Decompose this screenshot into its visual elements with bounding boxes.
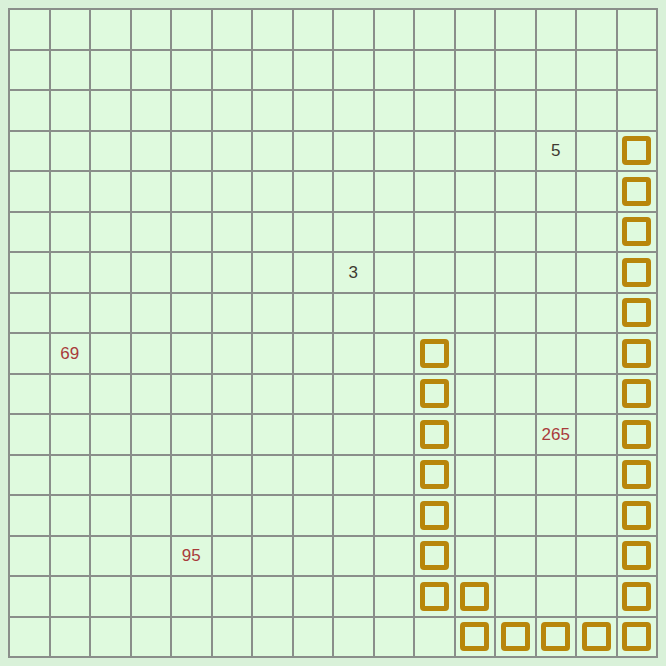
grid-cell-r3c2[interactable]	[91, 132, 130, 171]
grid-cell-r15c2[interactable]	[91, 618, 130, 657]
grid-cell-r8c5[interactable]	[213, 334, 252, 373]
grid-cell-r7c13[interactable]	[537, 294, 576, 333]
grid-cell-r4c15[interactable]	[618, 172, 657, 211]
grid-cell-r12c8[interactable]	[334, 496, 373, 535]
grid-cell-r8c3[interactable]	[132, 334, 171, 373]
path-square-marker	[622, 298, 651, 327]
grid-cell-r5c6[interactable]	[253, 213, 292, 252]
grid-cell-r15c0[interactable]	[10, 618, 49, 657]
path-square-marker	[622, 379, 651, 408]
grid-cell-r2c12[interactable]	[496, 91, 535, 130]
grid-cell-r15c13[interactable]	[537, 618, 576, 657]
grid-cell-r4c8[interactable]	[334, 172, 373, 211]
grid-cell-r6c4[interactable]	[172, 253, 211, 292]
grid-cell-r5c2[interactable]	[91, 213, 130, 252]
grid-cell-r8c0[interactable]	[10, 334, 49, 373]
grid-cell-r15c4[interactable]	[172, 618, 211, 657]
grid-cell-r9c3[interactable]	[132, 375, 171, 414]
grid-cell-r12c12[interactable]	[496, 496, 535, 535]
grid-cell-r5c3[interactable]	[132, 213, 171, 252]
grid-cell-r12c10[interactable]	[415, 496, 454, 535]
grid-cell-r5c15[interactable]	[618, 213, 657, 252]
grid-cell-r2c11[interactable]	[456, 91, 495, 130]
grid-cell-r6c2[interactable]	[91, 253, 130, 292]
grid-cell-r4c5[interactable]	[213, 172, 252, 211]
grid-cell-r12c7[interactable]	[294, 496, 333, 535]
grid-cell-r1c14[interactable]	[577, 51, 616, 90]
grid-cell-r4c2[interactable]	[91, 172, 130, 211]
grid-cell-r13c8[interactable]	[334, 537, 373, 576]
grid-cell-r5c5[interactable]	[213, 213, 252, 252]
grid-cell-r10c13[interactable]: 265	[537, 415, 576, 454]
grid-cell-r10c9[interactable]	[375, 415, 414, 454]
grid-cell-r5c4[interactable]	[172, 213, 211, 252]
grid-cell-r1c7[interactable]	[294, 51, 333, 90]
grid-cell-r4c10[interactable]	[415, 172, 454, 211]
grid-cell-r9c8[interactable]	[334, 375, 373, 414]
grid-cell-r12c9[interactable]	[375, 496, 414, 535]
path-square-marker	[460, 622, 489, 651]
grid-cell-r3c15[interactable]	[618, 132, 657, 171]
path-square-marker	[420, 379, 449, 408]
grid-cell-r6c9[interactable]	[375, 253, 414, 292]
grid-cell-r6c14[interactable]	[577, 253, 616, 292]
grid-cell-r14c7[interactable]	[294, 577, 333, 616]
grid-cell-r0c5[interactable]	[213, 10, 252, 49]
grid-cell-r3c1[interactable]	[51, 132, 90, 171]
grid-cell-r6c15[interactable]	[618, 253, 657, 292]
grid-cell-r7c3[interactable]	[132, 294, 171, 333]
grid-cell-r11c2[interactable]	[91, 456, 130, 495]
grid-cell-r13c13[interactable]	[537, 537, 576, 576]
grid-cell-r11c9[interactable]	[375, 456, 414, 495]
grid-cell-r8c6[interactable]	[253, 334, 292, 373]
grid-cell-r9c1[interactable]	[51, 375, 90, 414]
grid-cell-r14c3[interactable]	[132, 577, 171, 616]
grid-cell-r11c15[interactable]	[618, 456, 657, 495]
grid-cell-r11c10[interactable]	[415, 456, 454, 495]
grid-cell-r1c12[interactable]	[496, 51, 535, 90]
grid-cell-r0c9[interactable]	[375, 10, 414, 49]
grid-cell-r15c9[interactable]	[375, 618, 414, 657]
grid-cell-r14c0[interactable]	[10, 577, 49, 616]
grid-cell-r13c0[interactable]	[10, 537, 49, 576]
grid-cell-r5c13[interactable]	[537, 213, 576, 252]
grid-cell-r10c5[interactable]	[213, 415, 252, 454]
grid-cell-r12c15[interactable]	[618, 496, 657, 535]
grid-cell-r4c7[interactable]	[294, 172, 333, 211]
grid-cell-r9c11[interactable]	[456, 375, 495, 414]
grid-cell-r13c15[interactable]	[618, 537, 657, 576]
grid-cell-r12c1[interactable]	[51, 496, 90, 535]
grid-cell-r12c13[interactable]	[537, 496, 576, 535]
path-square-marker	[622, 420, 651, 449]
path-square-marker	[622, 136, 651, 165]
grid-cell-r9c4[interactable]	[172, 375, 211, 414]
grid-cell-r4c13[interactable]	[537, 172, 576, 211]
path-square-marker	[420, 460, 449, 489]
grid-cell-r4c4[interactable]	[172, 172, 211, 211]
grid-cell-r9c2[interactable]	[91, 375, 130, 414]
puzzle-grid: 536926595	[8, 8, 658, 658]
grid-cell-r8c14[interactable]	[577, 334, 616, 373]
grid-cell-r6c1[interactable]	[51, 253, 90, 292]
grid-cell-r8c10[interactable]	[415, 334, 454, 373]
path-square-marker	[420, 501, 449, 530]
grid-cell-r0c11[interactable]	[456, 10, 495, 49]
grid-cell-r7c2[interactable]	[91, 294, 130, 333]
grid-cell-r4c6[interactable]	[253, 172, 292, 211]
grid-cell-r2c3[interactable]	[132, 91, 171, 130]
clue-number: 265	[542, 426, 570, 443]
grid-cell-r11c14[interactable]	[577, 456, 616, 495]
grid-cell-r2c9[interactable]	[375, 91, 414, 130]
grid-cell-r10c7[interactable]	[294, 415, 333, 454]
grid-cell-r4c12[interactable]	[496, 172, 535, 211]
grid-cell-r12c14[interactable]	[577, 496, 616, 535]
grid-cell-r7c5[interactable]	[213, 294, 252, 333]
grid-cell-r15c6[interactable]	[253, 618, 292, 657]
grid-cell-r15c14[interactable]	[577, 618, 616, 657]
grid-cell-r13c1[interactable]	[51, 537, 90, 576]
grid-cell-r7c12[interactable]	[496, 294, 535, 333]
grid-cell-r12c4[interactable]	[172, 496, 211, 535]
grid-cell-r1c2[interactable]	[91, 51, 130, 90]
grid-cell-r7c6[interactable]	[253, 294, 292, 333]
grid-cell-r4c0[interactable]	[10, 172, 49, 211]
grid-cell-r14c6[interactable]	[253, 577, 292, 616]
grid-cell-r4c1[interactable]	[51, 172, 90, 211]
grid-cell-r15c10[interactable]	[415, 618, 454, 657]
grid-cell-r8c12[interactable]	[496, 334, 535, 373]
grid-cell-r2c6[interactable]	[253, 91, 292, 130]
grid-cell-r15c3[interactable]	[132, 618, 171, 657]
grid-cell-r7c15[interactable]	[618, 294, 657, 333]
grid-cell-r1c5[interactable]	[213, 51, 252, 90]
grid-cell-r7c1[interactable]	[51, 294, 90, 333]
path-square-marker	[420, 582, 449, 611]
grid-cell-r15c7[interactable]	[294, 618, 333, 657]
grid-cell-r15c1[interactable]	[51, 618, 90, 657]
grid-cell-r5c14[interactable]	[577, 213, 616, 252]
grid-cell-r2c7[interactable]	[294, 91, 333, 130]
grid-cell-r14c11[interactable]	[456, 577, 495, 616]
grid-cell-r7c8[interactable]	[334, 294, 373, 333]
grid-cell-r1c6[interactable]	[253, 51, 292, 90]
grid-cell-r3c3[interactable]	[132, 132, 171, 171]
grid-cell-r10c8[interactable]	[334, 415, 373, 454]
grid-cell-r3c5[interactable]	[213, 132, 252, 171]
grid-cell-r11c6[interactable]	[253, 456, 292, 495]
grid-cell-r14c14[interactable]	[577, 577, 616, 616]
path-square-marker	[622, 339, 651, 368]
grid-cell-r13c10[interactable]	[415, 537, 454, 576]
grid-cell-r0c7[interactable]	[294, 10, 333, 49]
grid-cell-r0c14[interactable]	[577, 10, 616, 49]
grid-cell-r2c1[interactable]	[51, 91, 90, 130]
grid-cell-r10c1[interactable]	[51, 415, 90, 454]
grid-cell-r14c8[interactable]	[334, 577, 373, 616]
grid-cell-r8c8[interactable]	[334, 334, 373, 373]
path-square-marker	[420, 541, 449, 570]
path-square-marker	[582, 622, 611, 651]
grid-cell-r10c6[interactable]	[253, 415, 292, 454]
grid-cell-r6c7[interactable]	[294, 253, 333, 292]
grid-cell-r7c4[interactable]	[172, 294, 211, 333]
grid-cell-r0c6[interactable]	[253, 10, 292, 49]
path-square-marker	[420, 339, 449, 368]
grid-cell-r2c13[interactable]	[537, 91, 576, 130]
grid-cell-r9c13[interactable]	[537, 375, 576, 414]
grid-cell-r7c9[interactable]	[375, 294, 414, 333]
grid-cell-r7c0[interactable]	[10, 294, 49, 333]
grid-cell-r15c8[interactable]	[334, 618, 373, 657]
grid-cell-r1c15[interactable]	[618, 51, 657, 90]
grid-cell-r6c5[interactable]	[213, 253, 252, 292]
grid-cell-r6c10[interactable]	[415, 253, 454, 292]
clue-number: 69	[60, 345, 79, 362]
grid-cell-r11c12[interactable]	[496, 456, 535, 495]
grid-cell-r10c0[interactable]	[10, 415, 49, 454]
grid-cell-r1c10[interactable]	[415, 51, 454, 90]
grid-cell-r9c5[interactable]	[213, 375, 252, 414]
grid-cell-r12c6[interactable]	[253, 496, 292, 535]
grid-cell-r13c4[interactable]: 95	[172, 537, 211, 576]
grid-cell-r13c9[interactable]	[375, 537, 414, 576]
grid-cell-r12c0[interactable]	[10, 496, 49, 535]
grid-cell-r6c6[interactable]	[253, 253, 292, 292]
grid-cell-r11c4[interactable]	[172, 456, 211, 495]
grid-cell-r5c8[interactable]	[334, 213, 373, 252]
grid-cell-r0c4[interactable]	[172, 10, 211, 49]
grid-cell-r6c0[interactable]	[10, 253, 49, 292]
grid-cell-r11c3[interactable]	[132, 456, 171, 495]
grid-cell-r11c1[interactable]	[51, 456, 90, 495]
path-square-marker	[622, 501, 651, 530]
grid-cell-r14c12[interactable]	[496, 577, 535, 616]
grid-cell-r11c0[interactable]	[10, 456, 49, 495]
grid-cell-r2c4[interactable]	[172, 91, 211, 130]
grid-cell-r3c14[interactable]	[577, 132, 616, 171]
grid-cell-r11c11[interactable]	[456, 456, 495, 495]
grid-cell-r3c9[interactable]	[375, 132, 414, 171]
clue-number: 3	[349, 264, 358, 281]
page-background: 536926595	[0, 0, 666, 666]
clue-number: 95	[182, 547, 201, 564]
grid-cell-r6c8[interactable]: 3	[334, 253, 373, 292]
grid-cell-r9c0[interactable]	[10, 375, 49, 414]
grid-cell-r8c15[interactable]	[618, 334, 657, 373]
grid-cell-r9c10[interactable]	[415, 375, 454, 414]
grid-cell-r6c3[interactable]	[132, 253, 171, 292]
grid-cell-r10c4[interactable]	[172, 415, 211, 454]
path-square-marker	[420, 420, 449, 449]
grid-cell-r10c12[interactable]	[496, 415, 535, 454]
grid-cell-r9c9[interactable]	[375, 375, 414, 414]
grid-cell-r2c8[interactable]	[334, 91, 373, 130]
grid-cell-r3c7[interactable]	[294, 132, 333, 171]
grid-cell-r12c3[interactable]	[132, 496, 171, 535]
grid-cell-r2c10[interactable]	[415, 91, 454, 130]
grid-cell-r13c5[interactable]	[213, 537, 252, 576]
grid-cell-r13c3[interactable]	[132, 537, 171, 576]
grid-cell-r5c0[interactable]	[10, 213, 49, 252]
grid-cell-r10c15[interactable]	[618, 415, 657, 454]
grid-cell-r0c1[interactable]	[51, 10, 90, 49]
grid-cell-r1c8[interactable]	[334, 51, 373, 90]
grid-cell-r0c2[interactable]	[91, 10, 130, 49]
grid-cell-r8c4[interactable]	[172, 334, 211, 373]
grid-cell-r11c5[interactable]	[213, 456, 252, 495]
grid-cell-r2c15[interactable]	[618, 91, 657, 130]
grid-cell-r1c4[interactable]	[172, 51, 211, 90]
path-square-marker	[501, 622, 530, 651]
grid-cell-r5c10[interactable]	[415, 213, 454, 252]
grid-cell-r14c4[interactable]	[172, 577, 211, 616]
grid-cell-r9c15[interactable]	[618, 375, 657, 414]
grid-cell-r0c0[interactable]	[10, 10, 49, 49]
grid-cell-r15c12[interactable]	[496, 618, 535, 657]
grid-cell-r11c13[interactable]	[537, 456, 576, 495]
grid-cell-r14c2[interactable]	[91, 577, 130, 616]
grid-cell-r8c7[interactable]	[294, 334, 333, 373]
grid-cell-r13c11[interactable]	[456, 537, 495, 576]
grid-cell-r10c14[interactable]	[577, 415, 616, 454]
grid-cell-r7c14[interactable]	[577, 294, 616, 333]
grid-cell-r2c0[interactable]	[10, 91, 49, 130]
grid-cell-r1c11[interactable]	[456, 51, 495, 90]
clue-number: 5	[551, 142, 560, 159]
grid-cell-r6c12[interactable]	[496, 253, 535, 292]
grid-cell-r9c6[interactable]	[253, 375, 292, 414]
path-square-marker	[622, 217, 651, 246]
grid-cell-r15c11[interactable]	[456, 618, 495, 657]
grid-cell-r10c11[interactable]	[456, 415, 495, 454]
grid-cell-r12c5[interactable]	[213, 496, 252, 535]
grid-cell-r14c10[interactable]	[415, 577, 454, 616]
path-square-marker	[622, 582, 651, 611]
path-square-marker	[460, 582, 489, 611]
grid-cell-r13c6[interactable]	[253, 537, 292, 576]
grid-cell-r4c9[interactable]	[375, 172, 414, 211]
grid-cell-r8c1[interactable]: 69	[51, 334, 90, 373]
grid-cell-r3c4[interactable]	[172, 132, 211, 171]
grid-cell-r7c10[interactable]	[415, 294, 454, 333]
grid-cell-r2c5[interactable]	[213, 91, 252, 130]
grid-cell-r0c13[interactable]	[537, 10, 576, 49]
grid-cell-r3c6[interactable]	[253, 132, 292, 171]
grid-cell-r7c11[interactable]	[456, 294, 495, 333]
grid-cell-r10c2[interactable]	[91, 415, 130, 454]
grid-cell-r12c2[interactable]	[91, 496, 130, 535]
grid-cell-r3c12[interactable]	[496, 132, 535, 171]
path-square-marker	[622, 622, 651, 651]
grid-cell-r7c7[interactable]	[294, 294, 333, 333]
grid-cell-r6c13[interactable]	[537, 253, 576, 292]
grid-cell-r1c0[interactable]	[10, 51, 49, 90]
grid-cell-r15c15[interactable]	[618, 618, 657, 657]
grid-cell-r6c11[interactable]	[456, 253, 495, 292]
grid-cell-r8c2[interactable]	[91, 334, 130, 373]
grid-cell-r13c14[interactable]	[577, 537, 616, 576]
path-square-marker	[622, 177, 651, 206]
grid-cell-r3c11[interactable]	[456, 132, 495, 171]
grid-cell-r12c11[interactable]	[456, 496, 495, 535]
grid-cell-r3c13[interactable]: 5	[537, 132, 576, 171]
path-square-marker	[622, 258, 651, 287]
grid-cell-r2c2[interactable]	[91, 91, 130, 130]
grid-cell-r0c8[interactable]	[334, 10, 373, 49]
grid-cell-r5c7[interactable]	[294, 213, 333, 252]
grid-cell-r14c5[interactable]	[213, 577, 252, 616]
grid-cell-r4c3[interactable]	[132, 172, 171, 211]
grid-cell-r3c10[interactable]	[415, 132, 454, 171]
grid-cell-r8c13[interactable]	[537, 334, 576, 373]
grid-cell-r14c1[interactable]	[51, 577, 90, 616]
grid-cell-r2c14[interactable]	[577, 91, 616, 130]
grid-cell-r0c12[interactable]	[496, 10, 535, 49]
grid-cell-r0c3[interactable]	[132, 10, 171, 49]
grid-cell-r1c3[interactable]	[132, 51, 171, 90]
grid-cell-r14c15[interactable]	[618, 577, 657, 616]
grid-cell-r11c7[interactable]	[294, 456, 333, 495]
grid-cell-r9c12[interactable]	[496, 375, 535, 414]
grid-cell-r3c8[interactable]	[334, 132, 373, 171]
grid-cell-r1c13[interactable]	[537, 51, 576, 90]
grid-cell-r9c14[interactable]	[577, 375, 616, 414]
grid-cell-r5c11[interactable]	[456, 213, 495, 252]
grid-cell-r5c1[interactable]	[51, 213, 90, 252]
grid-cell-r0c10[interactable]	[415, 10, 454, 49]
grid-cell-r13c7[interactable]	[294, 537, 333, 576]
grid-cell-r4c14[interactable]	[577, 172, 616, 211]
grid-cell-r1c1[interactable]	[51, 51, 90, 90]
grid-cell-r1c9[interactable]	[375, 51, 414, 90]
path-square-marker	[622, 460, 651, 489]
grid-cell-r8c11[interactable]	[456, 334, 495, 373]
grid-cell-r8c9[interactable]	[375, 334, 414, 373]
grid-cell-r3c0[interactable]	[10, 132, 49, 171]
grid-cell-r5c12[interactable]	[496, 213, 535, 252]
grid-cell-r11c8[interactable]	[334, 456, 373, 495]
path-square-marker	[622, 541, 651, 570]
grid-cell-r0c15[interactable]	[618, 10, 657, 49]
grid-cell-r9c7[interactable]	[294, 375, 333, 414]
path-square-marker	[541, 622, 570, 651]
grid-cell-r13c2[interactable]	[91, 537, 130, 576]
grid-cell-r13c12[interactable]	[496, 537, 535, 576]
grid-cell-r4c11[interactable]	[456, 172, 495, 211]
grid-cell-r5c9[interactable]	[375, 213, 414, 252]
grid-cell-r10c10[interactable]	[415, 415, 454, 454]
grid-cell-r14c9[interactable]	[375, 577, 414, 616]
grid-cell-r15c5[interactable]	[213, 618, 252, 657]
grid-cell-r10c3[interactable]	[132, 415, 171, 454]
grid-cell-r14c13[interactable]	[537, 577, 576, 616]
